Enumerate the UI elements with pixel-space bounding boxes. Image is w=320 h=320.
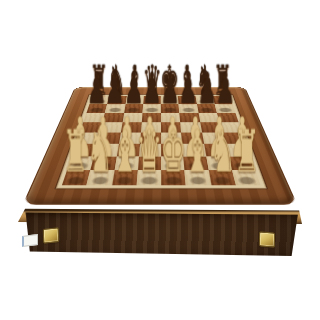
board-grid: ♜♞♝♛♚♝♞♜♟♟♟♟♟♟♟♟♟♟♟♟♟♟♟♟♜♞♝♛♚♝♞♜ bbox=[62, 96, 261, 185]
black-pawn: ♟ bbox=[197, 66, 217, 110]
square-d1: ♛ bbox=[136, 170, 161, 185]
white-bishop: ♝ bbox=[112, 122, 138, 180]
square-e1: ♚ bbox=[161, 170, 186, 185]
black-pawn: ♟ bbox=[160, 66, 180, 110]
white-rook: ♜ bbox=[63, 122, 89, 180]
black-pawn: ♟ bbox=[105, 66, 125, 110]
case-label bbox=[22, 234, 38, 247]
white-queen: ♛ bbox=[136, 122, 162, 180]
white-king: ♚ bbox=[160, 122, 186, 180]
black-pawn: ♟ bbox=[124, 66, 144, 110]
square-b1: ♞ bbox=[87, 170, 114, 185]
square-h1: ♜ bbox=[232, 170, 261, 185]
white-rook: ♜ bbox=[234, 122, 260, 180]
black-pawn: ♟ bbox=[179, 66, 199, 110]
maple-border: ♜♞♝♛♚♝♞♜♟♟♟♟♟♟♟♟♟♟♟♟♟♟♟♟♜♞♝♛♚♝♞♜ bbox=[56, 95, 267, 189]
white-knight: ♞ bbox=[87, 122, 113, 180]
black-pawn: ♟ bbox=[215, 66, 235, 110]
square-f1: ♝ bbox=[185, 170, 211, 185]
square-g1: ♞ bbox=[208, 170, 236, 185]
chess-set-photo: ♜♞♝♛♚♝♞♜♟♟♟♟♟♟♟♟♟♟♟♟♟♟♟♟♜♞♝♛♚♝♞♜ bbox=[0, 0, 320, 320]
chess-board: ♜♞♝♛♚♝♞♜♟♟♟♟♟♟♟♟♟♟♟♟♟♟♟♟♜♞♝♛♚♝♞♜ bbox=[23, 87, 298, 205]
white-bishop: ♝ bbox=[185, 122, 211, 180]
board-scene: ♜♞♝♛♚♝♞♜♟♟♟♟♟♟♟♟♟♟♟♟♟♟♟♟♜♞♝♛♚♝♞♜ bbox=[55, 27, 265, 237]
square-c1: ♝ bbox=[112, 170, 138, 185]
black-pawn: ♟ bbox=[142, 66, 162, 110]
black-pawn: ♟ bbox=[87, 66, 107, 110]
white-knight: ♞ bbox=[209, 122, 235, 180]
